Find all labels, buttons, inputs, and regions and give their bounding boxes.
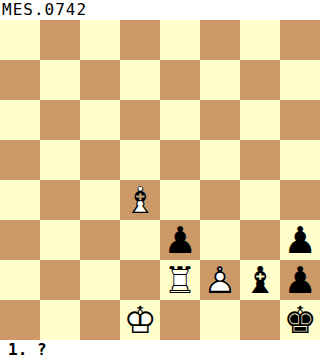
piece-black-bishop[interactable]: ♝: [240, 260, 280, 300]
square-a4[interactable]: [0, 180, 40, 220]
square-a7[interactable]: [0, 60, 40, 100]
square-b6[interactable]: [40, 100, 80, 140]
square-b7[interactable]: [40, 60, 80, 100]
black-pawn-icon: ♟: [280, 220, 320, 260]
square-g2[interactable]: ♝: [240, 260, 280, 300]
black-pawn-icon: ♟: [160, 220, 200, 260]
square-h6[interactable]: [280, 100, 320, 140]
black-king-icon: ♚: [280, 300, 320, 340]
square-e4[interactable]: [160, 180, 200, 220]
square-a1[interactable]: [0, 300, 40, 340]
white-bishop-icon: ♗: [120, 180, 160, 220]
piece-white-pawn[interactable]: ♟♙: [200, 260, 240, 300]
square-f7[interactable]: [200, 60, 240, 100]
square-b5[interactable]: [40, 140, 80, 180]
piece-white-king[interactable]: ♚♔: [120, 300, 160, 340]
square-f1[interactable]: [200, 300, 240, 340]
square-e2[interactable]: ♜♖: [160, 260, 200, 300]
square-b3[interactable]: [40, 220, 80, 260]
square-c6[interactable]: [80, 100, 120, 140]
move-prompt: 1. ?: [0, 340, 320, 360]
white-pawn-icon: ♙: [200, 260, 240, 300]
square-d8[interactable]: [120, 20, 160, 60]
square-a3[interactable]: [0, 220, 40, 260]
square-h8[interactable]: [280, 20, 320, 60]
square-d7[interactable]: [120, 60, 160, 100]
piece-black-pawn[interactable]: ♟: [160, 220, 200, 260]
square-a2[interactable]: [0, 260, 40, 300]
puzzle-id-label: MES.0742: [0, 0, 320, 20]
square-d4[interactable]: ♝♗: [120, 180, 160, 220]
piece-black-pawn[interactable]: ♟: [280, 260, 320, 300]
square-a6[interactable]: [0, 100, 40, 140]
black-pawn-icon: ♟: [280, 260, 320, 300]
square-e1[interactable]: [160, 300, 200, 340]
square-g1[interactable]: [240, 300, 280, 340]
square-b4[interactable]: [40, 180, 80, 220]
square-c7[interactable]: [80, 60, 120, 100]
square-d1[interactable]: ♚♔: [120, 300, 160, 340]
square-h5[interactable]: [280, 140, 320, 180]
square-c3[interactable]: [80, 220, 120, 260]
square-f2[interactable]: ♟♙: [200, 260, 240, 300]
square-g4[interactable]: [240, 180, 280, 220]
square-c5[interactable]: [80, 140, 120, 180]
piece-black-pawn[interactable]: ♟: [280, 220, 320, 260]
square-h7[interactable]: [280, 60, 320, 100]
square-e7[interactable]: [160, 60, 200, 100]
square-g7[interactable]: [240, 60, 280, 100]
square-a5[interactable]: [0, 140, 40, 180]
square-f4[interactable]: [200, 180, 240, 220]
square-c1[interactable]: [80, 300, 120, 340]
square-c4[interactable]: [80, 180, 120, 220]
square-h1[interactable]: ♚: [280, 300, 320, 340]
square-a8[interactable]: [0, 20, 40, 60]
piece-white-bishop[interactable]: ♝♗: [120, 180, 160, 220]
square-c2[interactable]: [80, 260, 120, 300]
square-g8[interactable]: [240, 20, 280, 60]
square-f5[interactable]: [200, 140, 240, 180]
square-e6[interactable]: [160, 100, 200, 140]
piece-white-rook[interactable]: ♜♖: [160, 260, 200, 300]
square-d3[interactable]: [120, 220, 160, 260]
square-f8[interactable]: [200, 20, 240, 60]
square-b1[interactable]: [40, 300, 80, 340]
square-c8[interactable]: [80, 20, 120, 60]
square-e3[interactable]: ♟: [160, 220, 200, 260]
square-e8[interactable]: [160, 20, 200, 60]
square-f3[interactable]: [200, 220, 240, 260]
square-d6[interactable]: [120, 100, 160, 140]
square-g6[interactable]: [240, 100, 280, 140]
square-d5[interactable]: [120, 140, 160, 180]
square-h3[interactable]: ♟: [280, 220, 320, 260]
square-h4[interactable]: [280, 180, 320, 220]
white-king-icon: ♔: [120, 300, 160, 340]
white-rook-icon: ♖: [160, 260, 200, 300]
square-b8[interactable]: [40, 20, 80, 60]
chess-board: ♝♗♟♟♜♖♟♙♝♟♚♔♚: [0, 20, 320, 340]
square-f6[interactable]: [200, 100, 240, 140]
square-d2[interactable]: [120, 260, 160, 300]
square-h2[interactable]: ♟: [280, 260, 320, 300]
piece-black-king[interactable]: ♚: [280, 300, 320, 340]
black-bishop-icon: ♝: [240, 260, 280, 300]
square-g3[interactable]: [240, 220, 280, 260]
square-g5[interactable]: [240, 140, 280, 180]
square-e5[interactable]: [160, 140, 200, 180]
square-b2[interactable]: [40, 260, 80, 300]
